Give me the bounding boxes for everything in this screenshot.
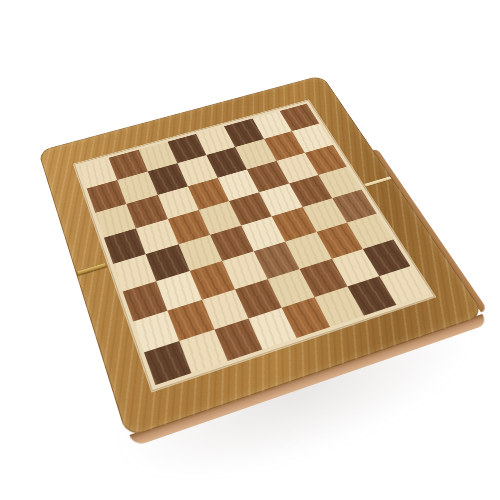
fold-hinge-right: [364, 176, 391, 186]
board-grid: [79, 104, 428, 385]
product-photo: [0, 0, 500, 500]
inlay-border: [74, 100, 435, 391]
fold-hinge-left: [76, 262, 107, 275]
